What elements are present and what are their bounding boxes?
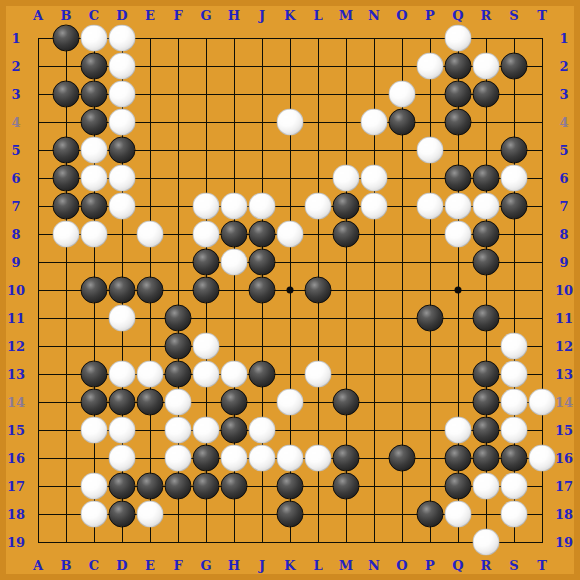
col-label-top-F: F xyxy=(173,8,182,23)
col-label-top-K: K xyxy=(284,8,295,23)
stone-white-D13 xyxy=(109,361,136,388)
row-label-right-5: 5 xyxy=(559,143,568,158)
stone-white-L16 xyxy=(305,445,332,472)
stone-white-G8 xyxy=(193,221,220,248)
stone-black-H14 xyxy=(221,389,248,416)
stone-white-Q7 xyxy=(445,193,472,220)
col-label-bottom-N: N xyxy=(368,558,380,573)
stone-black-K18 xyxy=(277,501,304,528)
stone-white-D16 xyxy=(109,445,136,472)
col-label-bottom-Q: Q xyxy=(452,558,463,573)
stone-black-M8 xyxy=(333,221,360,248)
stone-black-Q16 xyxy=(445,445,472,472)
stone-black-B7 xyxy=(53,193,80,220)
col-label-bottom-E: E xyxy=(145,558,155,573)
row-label-left-2: 2 xyxy=(11,59,20,74)
stone-black-H15 xyxy=(221,417,248,444)
stone-white-P7 xyxy=(417,193,444,220)
row-label-right-9: 9 xyxy=(559,255,568,270)
row-label-left-11: 11 xyxy=(7,311,25,326)
stone-black-R13 xyxy=(473,361,500,388)
row-label-right-7: 7 xyxy=(559,199,568,214)
stone-white-O3 xyxy=(389,81,416,108)
row-label-left-19: 19 xyxy=(7,535,25,550)
stone-white-C17 xyxy=(81,473,108,500)
star-point-Q10 xyxy=(455,287,462,294)
row-label-right-1: 1 xyxy=(559,31,568,46)
stone-white-H13 xyxy=(221,361,248,388)
stone-black-P18 xyxy=(417,501,444,528)
row-label-right-2: 2 xyxy=(559,59,568,74)
stone-black-C13 xyxy=(81,361,108,388)
col-label-top-M: M xyxy=(339,8,353,23)
row-label-right-15: 15 xyxy=(555,423,573,438)
stone-black-R14 xyxy=(473,389,500,416)
stone-white-G12 xyxy=(193,333,220,360)
stone-white-D15 xyxy=(109,417,136,444)
row-label-left-18: 18 xyxy=(7,507,25,522)
stone-white-F15 xyxy=(165,417,192,444)
stone-black-C10 xyxy=(81,277,108,304)
stone-white-E18 xyxy=(137,501,164,528)
stone-white-J7 xyxy=(249,193,276,220)
stone-white-Q1 xyxy=(445,25,472,52)
stone-white-J15 xyxy=(249,417,276,444)
row-label-left-12: 12 xyxy=(7,339,25,354)
stone-white-S15 xyxy=(501,417,528,444)
row-label-right-14: 14 xyxy=(555,395,573,410)
stone-white-E8 xyxy=(137,221,164,248)
stone-white-N7 xyxy=(361,193,388,220)
stone-white-C1 xyxy=(81,25,108,52)
stone-white-H16 xyxy=(221,445,248,472)
row-label-left-9: 9 xyxy=(11,255,20,270)
stone-black-C7 xyxy=(81,193,108,220)
stone-black-P11 xyxy=(417,305,444,332)
stone-black-Q3 xyxy=(445,81,472,108)
stone-white-T14 xyxy=(529,389,556,416)
stone-black-E14 xyxy=(137,389,164,416)
row-label-right-3: 3 xyxy=(559,87,568,102)
stone-white-R17 xyxy=(473,473,500,500)
col-label-top-C: C xyxy=(89,8,99,23)
stone-black-D14 xyxy=(109,389,136,416)
col-label-top-G: G xyxy=(200,8,211,23)
stone-black-H8 xyxy=(221,221,248,248)
col-label-bottom-C: C xyxy=(89,558,99,573)
stone-black-S5 xyxy=(501,137,528,164)
stone-black-M14 xyxy=(333,389,360,416)
stone-black-F13 xyxy=(165,361,192,388)
stone-black-R9 xyxy=(473,249,500,276)
row-label-left-13: 13 xyxy=(7,367,25,382)
col-label-top-S: S xyxy=(509,8,518,23)
stone-black-Q6 xyxy=(445,165,472,192)
stone-white-S18 xyxy=(501,501,528,528)
col-label-top-E: E xyxy=(145,8,155,23)
col-label-top-D: D xyxy=(116,8,127,23)
col-label-bottom-L: L xyxy=(313,558,322,573)
stone-black-C4 xyxy=(81,109,108,136)
col-label-bottom-P: P xyxy=(425,558,435,573)
stone-white-M6 xyxy=(333,165,360,192)
stone-black-J10 xyxy=(249,277,276,304)
grid-line-vertical-P xyxy=(430,38,431,543)
stone-white-F14 xyxy=(165,389,192,416)
stone-black-R15 xyxy=(473,417,500,444)
stone-black-B5 xyxy=(53,137,80,164)
col-label-top-A: A xyxy=(33,8,43,23)
stone-white-C18 xyxy=(81,501,108,528)
stone-black-E17 xyxy=(137,473,164,500)
stone-white-C5 xyxy=(81,137,108,164)
stone-white-D2 xyxy=(109,53,136,80)
row-label-left-8: 8 xyxy=(11,227,20,242)
stone-black-G16 xyxy=(193,445,220,472)
row-label-right-19: 19 xyxy=(555,535,573,550)
col-label-bottom-T: T xyxy=(537,558,547,573)
col-label-bottom-B: B xyxy=(61,558,72,573)
stone-white-R19 xyxy=(473,529,500,556)
stone-black-F17 xyxy=(165,473,192,500)
stone-black-D17 xyxy=(109,473,136,500)
stone-black-Q17 xyxy=(445,473,472,500)
stone-black-J13 xyxy=(249,361,276,388)
col-label-top-P: P xyxy=(425,8,435,23)
stone-white-S14 xyxy=(501,389,528,416)
stone-black-R3 xyxy=(473,81,500,108)
stone-black-E10 xyxy=(137,277,164,304)
stone-white-D1 xyxy=(109,25,136,52)
row-label-left-6: 6 xyxy=(11,171,20,186)
stone-white-D6 xyxy=(109,165,136,192)
stone-white-F16 xyxy=(165,445,192,472)
row-label-left-14: 14 xyxy=(7,395,25,410)
row-label-right-17: 17 xyxy=(555,479,573,494)
stone-black-O4 xyxy=(389,109,416,136)
stone-white-K16 xyxy=(277,445,304,472)
stone-white-S6 xyxy=(501,165,528,192)
stone-white-Q8 xyxy=(445,221,472,248)
row-label-right-12: 12 xyxy=(555,339,573,354)
stone-black-G10 xyxy=(193,277,220,304)
col-label-top-O: O xyxy=(396,8,407,23)
stone-black-O16 xyxy=(389,445,416,472)
stone-white-P2 xyxy=(417,53,444,80)
stone-white-E13 xyxy=(137,361,164,388)
stone-white-D3 xyxy=(109,81,136,108)
stone-white-K4 xyxy=(277,109,304,136)
col-label-bottom-H: H xyxy=(228,558,240,573)
stone-white-H7 xyxy=(221,193,248,220)
stone-white-Q18 xyxy=(445,501,472,528)
col-label-bottom-M: M xyxy=(339,558,353,573)
stone-black-B6 xyxy=(53,165,80,192)
stone-white-S17 xyxy=(501,473,528,500)
col-label-top-R: R xyxy=(481,8,492,23)
stone-black-J8 xyxy=(249,221,276,248)
col-label-top-Q: Q xyxy=(452,8,463,23)
stone-black-S2 xyxy=(501,53,528,80)
col-label-top-N: N xyxy=(368,8,380,23)
row-label-left-4: 4 xyxy=(11,115,20,130)
grid-line-horizontal-12 xyxy=(38,346,543,347)
col-label-bottom-R: R xyxy=(481,558,492,573)
col-label-top-L: L xyxy=(313,8,322,23)
col-label-top-B: B xyxy=(61,8,72,23)
stone-black-S7 xyxy=(501,193,528,220)
stone-black-J9 xyxy=(249,249,276,276)
stone-black-H17 xyxy=(221,473,248,500)
stone-black-D10 xyxy=(109,277,136,304)
row-label-left-3: 3 xyxy=(11,87,20,102)
stone-black-C2 xyxy=(81,53,108,80)
stone-white-G13 xyxy=(193,361,220,388)
stone-white-R2 xyxy=(473,53,500,80)
row-label-right-10: 10 xyxy=(555,283,573,298)
row-label-right-16: 16 xyxy=(555,451,573,466)
stone-white-B8 xyxy=(53,221,80,248)
col-label-bottom-F: F xyxy=(173,558,182,573)
stone-black-R16 xyxy=(473,445,500,472)
stone-white-L7 xyxy=(305,193,332,220)
row-label-right-13: 13 xyxy=(555,367,573,382)
stone-white-S12 xyxy=(501,333,528,360)
star-point-K10 xyxy=(287,287,294,294)
col-label-bottom-G: G xyxy=(200,558,211,573)
stone-black-D18 xyxy=(109,501,136,528)
stone-black-D5 xyxy=(109,137,136,164)
stone-white-N6 xyxy=(361,165,388,192)
row-label-right-8: 8 xyxy=(559,227,568,242)
stone-black-Q2 xyxy=(445,53,472,80)
stone-black-M16 xyxy=(333,445,360,472)
stone-black-F11 xyxy=(165,305,192,332)
stone-black-Q4 xyxy=(445,109,472,136)
stone-white-C15 xyxy=(81,417,108,444)
stone-white-P5 xyxy=(417,137,444,164)
stone-white-C6 xyxy=(81,165,108,192)
stone-white-K8 xyxy=(277,221,304,248)
row-label-right-4: 4 xyxy=(559,115,568,130)
row-label-left-10: 10 xyxy=(7,283,25,298)
row-label-left-16: 16 xyxy=(7,451,25,466)
stone-white-H9 xyxy=(221,249,248,276)
col-label-top-T: T xyxy=(537,8,547,23)
col-label-bottom-D: D xyxy=(116,558,127,573)
stone-white-J16 xyxy=(249,445,276,472)
row-label-left-17: 17 xyxy=(7,479,25,494)
stone-black-F12 xyxy=(165,333,192,360)
stone-black-G9 xyxy=(193,249,220,276)
stone-black-M7 xyxy=(333,193,360,220)
stone-black-B3 xyxy=(53,81,80,108)
stone-white-G7 xyxy=(193,193,220,220)
stone-white-T16 xyxy=(529,445,556,472)
stone-white-C8 xyxy=(81,221,108,248)
col-label-bottom-O: O xyxy=(396,558,407,573)
col-label-top-J: J xyxy=(259,8,265,23)
stone-white-D4 xyxy=(109,109,136,136)
stone-black-R8 xyxy=(473,221,500,248)
col-label-bottom-K: K xyxy=(284,558,295,573)
row-label-left-5: 5 xyxy=(11,143,20,158)
col-label-bottom-S: S xyxy=(509,558,518,573)
stone-white-G15 xyxy=(193,417,220,444)
row-label-left-7: 7 xyxy=(11,199,20,214)
stone-white-R7 xyxy=(473,193,500,220)
stone-black-S16 xyxy=(501,445,528,472)
stone-black-R6 xyxy=(473,165,500,192)
stone-white-Q15 xyxy=(445,417,472,444)
stone-black-L10 xyxy=(305,277,332,304)
row-label-left-15: 15 xyxy=(7,423,25,438)
grid-line-horizontal-19 xyxy=(38,542,543,543)
col-label-bottom-J: J xyxy=(259,558,265,573)
stone-black-G17 xyxy=(193,473,220,500)
stone-white-D7 xyxy=(109,193,136,220)
stone-white-S13 xyxy=(501,361,528,388)
row-label-right-18: 18 xyxy=(555,507,573,522)
row-label-right-11: 11 xyxy=(555,311,573,326)
go-board: AA11BB22CC33DD44EE55FF66GG77HH88JJ99KK10… xyxy=(0,0,580,580)
stone-white-N4 xyxy=(361,109,388,136)
stone-black-R11 xyxy=(473,305,500,332)
col-label-top-H: H xyxy=(228,8,240,23)
stone-black-C3 xyxy=(81,81,108,108)
stone-white-K14 xyxy=(277,389,304,416)
stone-black-M17 xyxy=(333,473,360,500)
stone-white-D11 xyxy=(109,305,136,332)
stone-black-C14 xyxy=(81,389,108,416)
stone-black-K17 xyxy=(277,473,304,500)
col-label-bottom-A: A xyxy=(33,558,43,573)
row-label-left-1: 1 xyxy=(11,31,20,46)
stone-white-L13 xyxy=(305,361,332,388)
stone-black-B1 xyxy=(53,25,80,52)
row-label-right-6: 6 xyxy=(559,171,568,186)
